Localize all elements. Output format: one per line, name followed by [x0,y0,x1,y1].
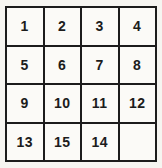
tile-1[interactable]: 1 [7,8,43,45]
tile-8[interactable]: 8 [120,47,156,84]
tile-13[interactable]: 13 [7,124,43,161]
empty-cell [120,124,156,161]
tile-10[interactable]: 10 [45,85,81,122]
tile-14[interactable]: 14 [82,124,118,161]
tile-12[interactable]: 12 [120,85,156,122]
tile-5[interactable]: 5 [7,47,43,84]
tile-9[interactable]: 9 [7,85,43,122]
tile-11[interactable]: 11 [82,85,118,122]
tile-15[interactable]: 15 [45,124,81,161]
tile-6[interactable]: 6 [45,47,81,84]
tile-3[interactable]: 3 [82,8,118,45]
puzzle-board: 1 2 3 4 5 6 7 8 9 10 11 12 13 15 14 [5,6,157,162]
tile-2[interactable]: 2 [45,8,81,45]
tile-7[interactable]: 7 [82,47,118,84]
tile-4[interactable]: 4 [120,8,156,45]
